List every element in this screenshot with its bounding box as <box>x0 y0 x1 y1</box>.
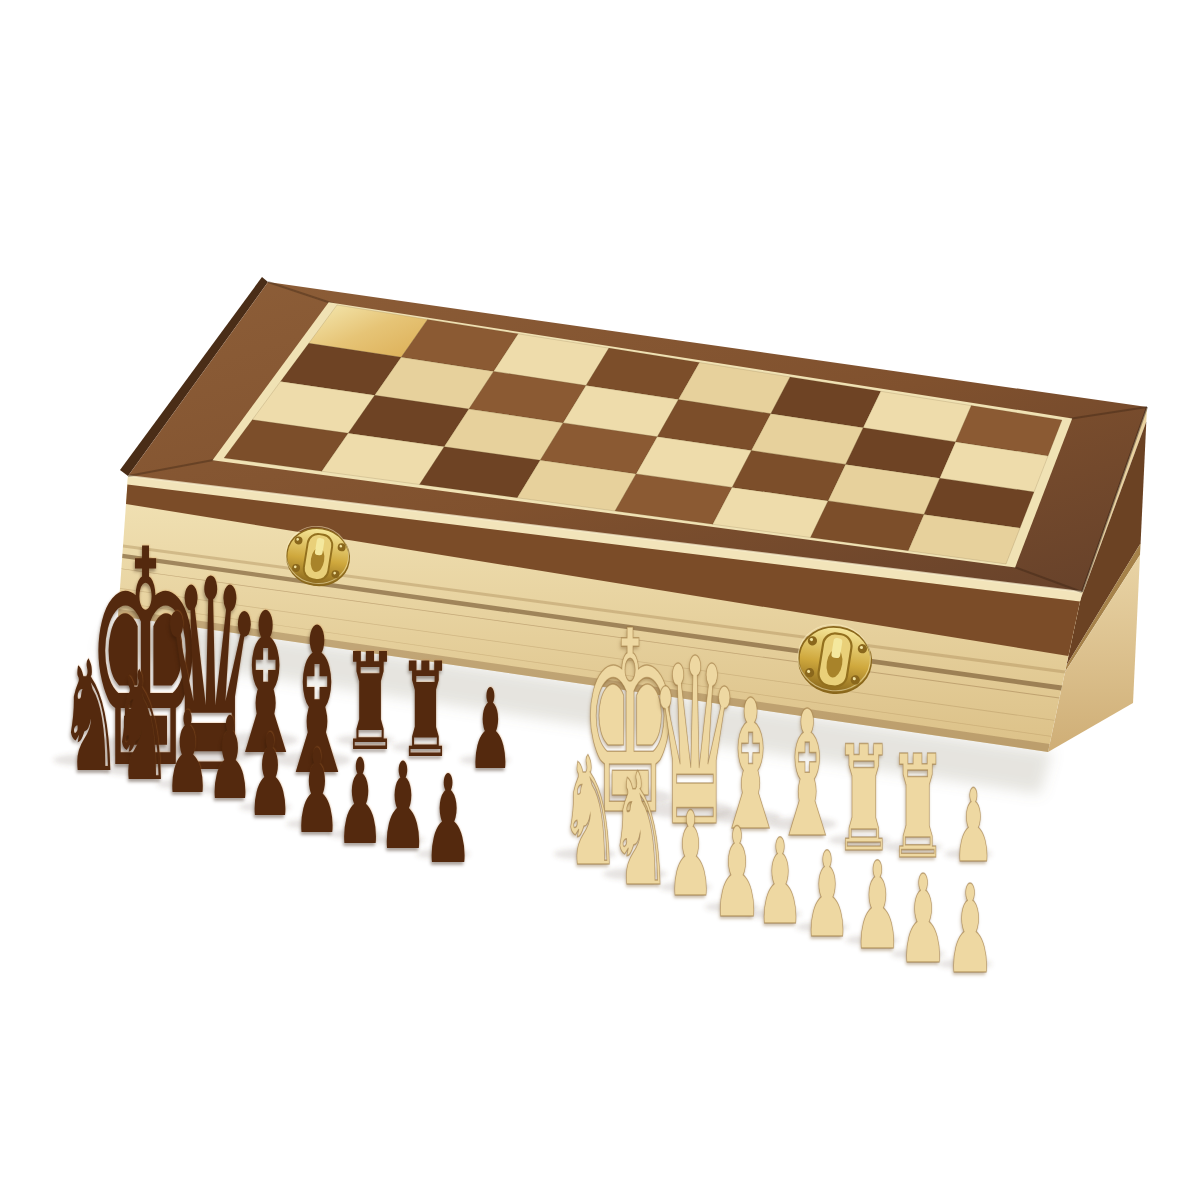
dark-piece-shadow <box>460 755 510 765</box>
light-piece-shadow <box>938 959 992 969</box>
light-piece-shadow <box>749 909 801 919</box>
chess-box <box>0 0 1200 1200</box>
light-piece-shadow <box>603 868 667 880</box>
light-piece-shadow <box>796 922 848 932</box>
dark-piece-shadow <box>156 744 254 764</box>
light-piece-shadow <box>845 935 898 945</box>
light-piece-shadow <box>829 834 890 845</box>
dark-piece-shadow <box>416 849 470 859</box>
light-piece-shadow <box>891 949 945 959</box>
dark-piece-shadow <box>392 742 448 752</box>
dark-piece-shadow <box>329 829 381 839</box>
dark-piece-shadow <box>105 764 167 776</box>
light-piece-shadow <box>767 817 837 830</box>
dark-piece-shadow <box>372 835 425 845</box>
light-piece-shadow <box>578 787 672 806</box>
dark-piece-shadow <box>239 802 290 812</box>
light-piece-shadow <box>554 848 616 860</box>
light-piece-shadow <box>705 902 759 912</box>
chess-set-product-photo: ♚♛♝♝♜♜♞♞♟♟♟♟♟♟♟♟♚♛♝♝♜♜♞♞♟♟♟♟♟♟♟♟ <box>0 0 1200 1200</box>
dark-piece-shadow <box>53 754 116 766</box>
dark-piece-shadow <box>157 779 208 789</box>
dark-piece-shadow <box>336 735 393 745</box>
dark-piece-shadow <box>286 819 338 829</box>
dark-piece-shadow <box>273 752 351 768</box>
light-piece-shadow <box>659 882 711 892</box>
light-piece-shadow <box>882 842 942 853</box>
light-piece-shadow <box>944 849 991 859</box>
dark-piece-shadow <box>222 733 298 748</box>
dark-piece-shadow <box>199 785 250 795</box>
